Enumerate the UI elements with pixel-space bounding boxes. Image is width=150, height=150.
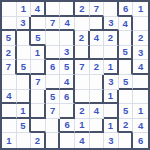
cell-r7-c7[interactable] xyxy=(90,90,105,105)
cell-r2-c1[interactable] xyxy=(2,17,17,32)
cell-r10-c7[interactable] xyxy=(90,133,105,148)
cell-r9-c10[interactable]: 4 xyxy=(133,119,148,134)
cell-r5-c1[interactable]: 7 xyxy=(2,60,17,75)
cell-r4-c4[interactable] xyxy=(46,46,61,61)
cell-r1-c10[interactable]: 1 xyxy=(133,2,148,17)
cell-r7-c9[interactable] xyxy=(119,90,134,105)
cell-r7-c3[interactable] xyxy=(31,90,46,105)
cell-r10-c2[interactable] xyxy=(17,133,32,148)
cell-r7-c6[interactable] xyxy=(75,90,90,105)
cell-r9-c2[interactable]: 5 xyxy=(17,119,32,134)
cell-r6-c6[interactable] xyxy=(75,75,90,90)
cell-r10-c10[interactable]: 6 xyxy=(133,133,148,148)
cell-r6-c2[interactable] xyxy=(17,75,32,90)
cell-r3-c8[interactable]: 2 xyxy=(104,31,119,46)
cell-r10-c9[interactable] xyxy=(119,133,134,148)
cell-r4-c2[interactable] xyxy=(17,46,32,61)
cell-r5-c9[interactable] xyxy=(119,60,134,75)
suguru-board: 1427613743455242221353756572147435456117… xyxy=(0,0,150,150)
cell-r9-c1[interactable] xyxy=(2,119,17,134)
cell-r10-c3[interactable]: 2 xyxy=(31,133,46,148)
cell-r5-c3[interactable] xyxy=(31,60,46,75)
cell-r2-c3[interactable] xyxy=(31,17,46,32)
cell-r7-c2[interactable] xyxy=(17,90,32,105)
cell-r4-c9[interactable]: 5 xyxy=(119,46,134,61)
cell-r5-c6[interactable]: 7 xyxy=(75,60,90,75)
cell-r10-c4[interactable] xyxy=(46,133,61,148)
cell-r10-c1[interactable]: 1 xyxy=(2,133,17,148)
cell-r9-c5[interactable]: 6 xyxy=(60,119,75,134)
cell-r6-c9[interactable]: 5 xyxy=(119,75,134,90)
cell-r3-c2[interactable] xyxy=(17,31,32,46)
cell-r5-c10[interactable]: 4 xyxy=(133,60,148,75)
cell-r1-c4[interactable] xyxy=(46,2,61,17)
cell-r8-c1[interactable] xyxy=(2,104,17,119)
cell-r6-c1[interactable] xyxy=(2,75,17,90)
cell-r5-c7[interactable]: 2 xyxy=(90,60,105,75)
cell-r2-c8[interactable]: 3 xyxy=(104,17,119,32)
cell-r3-c7[interactable]: 4 xyxy=(90,31,105,46)
cell-r7-c8[interactable]: 1 xyxy=(104,90,119,105)
cell-r8-c4[interactable]: 7 xyxy=(46,104,61,119)
cell-r7-c1[interactable]: 4 xyxy=(2,90,17,105)
cell-r8-c5[interactable] xyxy=(60,104,75,119)
cell-r7-c5[interactable]: 6 xyxy=(60,90,75,105)
cell-r8-c8[interactable] xyxy=(104,104,119,119)
cell-r1-c6[interactable]: 2 xyxy=(75,2,90,17)
cell-r3-c1[interactable]: 5 xyxy=(2,31,17,46)
cell-r2-c4[interactable]: 7 xyxy=(46,17,61,32)
cell-r5-c2[interactable]: 5 xyxy=(17,60,32,75)
cell-r6-c5[interactable]: 4 xyxy=(60,75,75,90)
cell-r2-c7[interactable] xyxy=(90,17,105,32)
cell-r1-c2[interactable]: 1 xyxy=(17,2,32,17)
cell-r1-c5[interactable] xyxy=(60,2,75,17)
cell-r2-c9[interactable]: 4 xyxy=(119,17,134,32)
cell-r4-c7[interactable] xyxy=(90,46,105,61)
cell-r6-c4[interactable] xyxy=(46,75,61,90)
cell-r3-c10[interactable]: 2 xyxy=(133,31,148,46)
cell-r2-c2[interactable]: 3 xyxy=(17,17,32,32)
cell-r1-c8[interactable] xyxy=(104,2,119,17)
cell-r4-c1[interactable]: 2 xyxy=(2,46,17,61)
cell-r8-c10[interactable]: 1 xyxy=(133,104,148,119)
cell-r3-c9[interactable] xyxy=(119,31,134,46)
cell-r4-c5[interactable]: 3 xyxy=(60,46,75,61)
cell-r5-c5[interactable]: 5 xyxy=(60,60,75,75)
cell-r9-c8[interactable]: 1 xyxy=(104,119,119,134)
cell-r3-c5[interactable] xyxy=(60,31,75,46)
cell-r9-c7[interactable] xyxy=(90,119,105,134)
cell-r3-c4[interactable] xyxy=(46,31,61,46)
cell-r8-c2[interactable]: 1 xyxy=(17,104,32,119)
cell-r2-c5[interactable]: 4 xyxy=(60,17,75,32)
cell-r1-c9[interactable]: 6 xyxy=(119,2,134,17)
cell-r3-c3[interactable]: 5 xyxy=(31,31,46,46)
cell-r5-c8[interactable]: 1 xyxy=(104,60,119,75)
cell-r3-c6[interactable]: 2 xyxy=(75,31,90,46)
cell-r8-c7[interactable]: 4 xyxy=(90,104,105,119)
cell-r8-c9[interactable]: 5 xyxy=(119,104,134,119)
cell-r4-c3[interactable]: 1 xyxy=(31,46,46,61)
cell-r4-c6[interactable] xyxy=(75,46,90,61)
cell-r8-c3[interactable] xyxy=(31,104,46,119)
cell-r6-c7[interactable] xyxy=(90,75,105,90)
cell-r10-c8[interactable]: 3 xyxy=(104,133,119,148)
cell-r7-c4[interactable]: 5 xyxy=(46,90,61,105)
cell-r9-c9[interactable]: 2 xyxy=(119,119,134,134)
cell-r1-c7[interactable]: 7 xyxy=(90,2,105,17)
cell-r4-c8[interactable] xyxy=(104,46,119,61)
cell-r2-c10[interactable] xyxy=(133,17,148,32)
cell-r9-c4[interactable] xyxy=(46,119,61,134)
cell-r6-c8[interactable]: 3 xyxy=(104,75,119,90)
cell-r5-c4[interactable]: 6 xyxy=(46,60,61,75)
cell-r1-c1[interactable] xyxy=(2,2,17,17)
cell-r2-c6[interactable] xyxy=(75,17,90,32)
cell-r8-c6[interactable]: 2 xyxy=(75,104,90,119)
cell-r4-c10[interactable]: 3 xyxy=(133,46,148,61)
cell-r7-c10[interactable] xyxy=(133,90,148,105)
cell-r1-c3[interactable]: 4 xyxy=(31,2,46,17)
cell-r6-c3[interactable]: 7 xyxy=(31,75,46,90)
cell-r6-c10[interactable] xyxy=(133,75,148,90)
cell-r10-c6[interactable]: 4 xyxy=(75,133,90,148)
cell-r9-c3[interactable] xyxy=(31,119,46,134)
cell-r9-c6[interactable]: 1 xyxy=(75,119,90,134)
cell-r10-c5[interactable] xyxy=(60,133,75,148)
